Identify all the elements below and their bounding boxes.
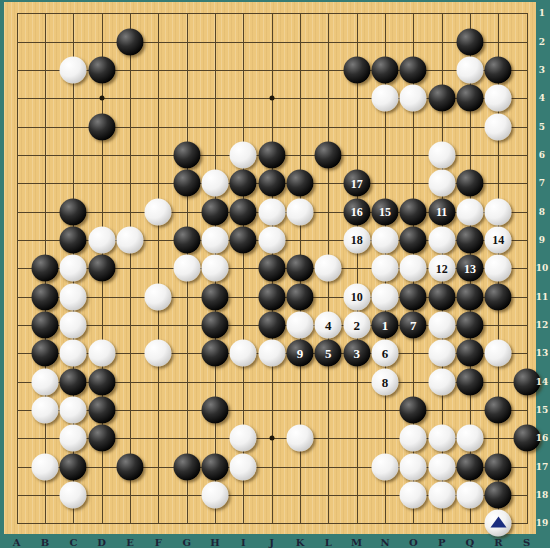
stone-black-H12[interactable] xyxy=(202,311,229,338)
stone-black-O12[interactable]: 7 xyxy=(400,311,427,338)
stone-white-C11[interactable] xyxy=(60,283,87,310)
move-number-6: 6 xyxy=(382,347,389,360)
row-label-5: 5 xyxy=(539,122,545,132)
stone-white-C3[interactable] xyxy=(60,56,87,83)
stone-black-N12[interactable]: 1 xyxy=(371,311,398,338)
stone-white-J9[interactable] xyxy=(258,226,285,253)
stone-white-G10[interactable] xyxy=(173,255,200,282)
star-point-icon xyxy=(99,96,104,101)
column-label-J: J xyxy=(269,537,274,548)
stone-white-D13[interactable] xyxy=(88,340,115,367)
stone-white-M12[interactable]: 2 xyxy=(343,311,370,338)
stone-black-K13[interactable]: 9 xyxy=(287,340,314,367)
stone-black-R15[interactable] xyxy=(485,396,512,423)
row-label-8: 8 xyxy=(539,207,545,217)
stone-white-B14[interactable] xyxy=(32,368,59,395)
stone-white-C15[interactable] xyxy=(60,396,87,423)
stone-black-L6[interactable] xyxy=(315,141,342,168)
stone-white-R9[interactable]: 14 xyxy=(485,226,512,253)
stone-black-Q9[interactable] xyxy=(456,226,483,253)
stone-white-I16[interactable] xyxy=(230,425,257,452)
stone-black-D14[interactable] xyxy=(88,368,115,395)
stone-white-P6[interactable] xyxy=(428,141,455,168)
grid-hline-19 xyxy=(17,523,528,524)
move-number-4: 4 xyxy=(325,318,332,331)
stone-black-H8[interactable] xyxy=(202,198,229,225)
stone-black-Q12[interactable] xyxy=(456,311,483,338)
stone-white-R13[interactable] xyxy=(485,340,512,367)
stone-white-P10[interactable]: 12 xyxy=(428,255,455,282)
stone-black-R11[interactable] xyxy=(485,283,512,310)
stone-white-E9[interactable] xyxy=(117,226,144,253)
stone-white-Q8[interactable] xyxy=(456,198,483,225)
stone-white-D9[interactable] xyxy=(88,226,115,253)
stone-black-L13[interactable]: 5 xyxy=(315,340,342,367)
stone-black-H15[interactable] xyxy=(202,396,229,423)
stone-white-L12[interactable]: 4 xyxy=(315,311,342,338)
stone-black-I9[interactable] xyxy=(230,226,257,253)
column-label-B: B xyxy=(41,537,49,548)
row-label-7: 7 xyxy=(539,178,545,188)
move-number-17: 17 xyxy=(351,177,363,189)
stone-black-Q2[interactable] xyxy=(456,28,483,55)
stone-white-Q3[interactable] xyxy=(456,56,483,83)
stone-white-O18[interactable] xyxy=(400,481,427,508)
stone-white-F13[interactable] xyxy=(145,340,172,367)
stone-black-Q7[interactable] xyxy=(456,170,483,197)
row-label-19: 19 xyxy=(536,518,549,528)
stone-black-D5[interactable] xyxy=(88,113,115,140)
row-label-17: 17 xyxy=(536,462,549,472)
column-label-H: H xyxy=(210,537,219,548)
stone-black-K7[interactable] xyxy=(287,170,314,197)
stone-white-F8[interactable] xyxy=(145,198,172,225)
stone-black-O11[interactable] xyxy=(400,283,427,310)
stone-black-M8[interactable]: 16 xyxy=(343,198,370,225)
stone-black-I7[interactable] xyxy=(230,170,257,197)
stone-white-M9[interactable]: 18 xyxy=(343,226,370,253)
stone-black-M13[interactable]: 3 xyxy=(343,340,370,367)
stone-white-C16[interactable] xyxy=(60,425,87,452)
row-label-10: 10 xyxy=(536,263,549,273)
stone-black-G6[interactable] xyxy=(173,141,200,168)
stone-white-Q16[interactable] xyxy=(456,425,483,452)
stone-black-R18[interactable] xyxy=(485,481,512,508)
stone-white-P16[interactable] xyxy=(428,425,455,452)
move-number-12: 12 xyxy=(436,262,448,274)
column-label-I: I xyxy=(241,537,246,548)
stone-black-D15[interactable] xyxy=(88,396,115,423)
triangle-marker-icon xyxy=(490,517,506,528)
move-number-14: 14 xyxy=(492,234,504,246)
stone-white-J13[interactable] xyxy=(258,340,285,367)
stone-white-C12[interactable] xyxy=(60,311,87,338)
stone-black-G7[interactable] xyxy=(173,170,200,197)
stone-white-K8[interactable] xyxy=(287,198,314,225)
stone-white-R10[interactable] xyxy=(485,255,512,282)
stone-black-Q17[interactable] xyxy=(456,453,483,480)
stone-black-G17[interactable] xyxy=(173,453,200,480)
stone-black-J12[interactable] xyxy=(258,311,285,338)
stone-black-C14[interactable] xyxy=(60,368,87,395)
stone-black-E2[interactable] xyxy=(117,28,144,55)
go-board[interactable]: 171615111814121310421795368 xyxy=(4,2,536,534)
move-number-3: 3 xyxy=(353,347,360,360)
stone-black-Q10[interactable]: 13 xyxy=(456,255,483,282)
stone-white-N14[interactable]: 8 xyxy=(371,368,398,395)
move-number-9: 9 xyxy=(297,347,304,360)
stone-white-P14[interactable] xyxy=(428,368,455,395)
stone-black-J10[interactable] xyxy=(258,255,285,282)
move-number-8: 8 xyxy=(382,375,389,388)
stone-white-P7[interactable] xyxy=(428,170,455,197)
stone-black-B12[interactable] xyxy=(32,311,59,338)
stone-white-R19[interactable] xyxy=(485,510,512,537)
move-number-13: 13 xyxy=(464,262,476,274)
column-label-A: A xyxy=(13,537,21,548)
stone-white-P13[interactable] xyxy=(428,340,455,367)
stone-white-N9[interactable] xyxy=(371,226,398,253)
go-app-window: 171615111814121310421795368 ABCDEFGHIJKL… xyxy=(0,0,550,548)
row-label-18: 18 xyxy=(536,490,549,500)
stone-black-Q11[interactable] xyxy=(456,283,483,310)
stone-white-C10[interactable] xyxy=(60,255,87,282)
stone-white-C13[interactable] xyxy=(60,340,87,367)
row-label-14: 14 xyxy=(536,377,549,387)
stone-black-P11[interactable] xyxy=(428,283,455,310)
column-label-E: E xyxy=(126,537,134,548)
stone-white-I17[interactable] xyxy=(230,453,257,480)
grid-vline-M xyxy=(357,13,358,524)
column-label-L: L xyxy=(325,537,332,548)
stone-white-L10[interactable] xyxy=(315,255,342,282)
stone-black-J6[interactable] xyxy=(258,141,285,168)
stone-black-E17[interactable] xyxy=(117,453,144,480)
stone-black-O15[interactable] xyxy=(400,396,427,423)
row-label-6: 6 xyxy=(539,150,545,160)
column-label-F: F xyxy=(155,537,162,548)
stone-black-B10[interactable] xyxy=(32,255,59,282)
stone-black-C8[interactable] xyxy=(60,198,87,225)
row-label-1: 1 xyxy=(539,8,545,18)
stone-black-Q13[interactable] xyxy=(456,340,483,367)
stone-white-R8[interactable] xyxy=(485,198,512,225)
stone-black-M3[interactable] xyxy=(343,56,370,83)
stone-black-M7[interactable]: 17 xyxy=(343,170,370,197)
stone-black-N8[interactable]: 15 xyxy=(371,198,398,225)
move-number-11: 11 xyxy=(436,206,447,218)
stone-white-J8[interactable] xyxy=(258,198,285,225)
move-number-1: 1 xyxy=(382,318,389,331)
column-label-D: D xyxy=(97,537,106,548)
stone-black-H17[interactable] xyxy=(202,453,229,480)
stone-white-N17[interactable] xyxy=(371,453,398,480)
stone-black-D10[interactable] xyxy=(88,255,115,282)
column-label-O: O xyxy=(409,537,418,548)
stone-black-B13[interactable] xyxy=(32,340,59,367)
move-number-7: 7 xyxy=(410,318,417,331)
move-number-15: 15 xyxy=(379,206,391,218)
star-point-icon xyxy=(269,96,274,101)
row-label-13: 13 xyxy=(536,348,549,358)
column-label-M: M xyxy=(351,537,362,548)
stone-white-I13[interactable] xyxy=(230,340,257,367)
row-label-11: 11 xyxy=(536,292,549,302)
stone-black-H11[interactable] xyxy=(202,283,229,310)
move-number-2: 2 xyxy=(353,318,360,331)
stone-white-O10[interactable] xyxy=(400,255,427,282)
stone-white-N13[interactable]: 6 xyxy=(371,340,398,367)
stone-white-O17[interactable] xyxy=(400,453,427,480)
row-label-2: 2 xyxy=(539,37,545,47)
column-label-C: C xyxy=(69,537,77,548)
column-label-P: P xyxy=(438,537,446,548)
stone-black-Q14[interactable] xyxy=(456,368,483,395)
stone-black-O8[interactable] xyxy=(400,198,427,225)
stone-black-C9[interactable] xyxy=(60,226,87,253)
stone-white-P9[interactable] xyxy=(428,226,455,253)
move-number-5: 5 xyxy=(325,347,332,360)
stone-black-N3[interactable] xyxy=(371,56,398,83)
stone-black-R17[interactable] xyxy=(485,453,512,480)
stone-black-P4[interactable] xyxy=(428,85,455,112)
stone-white-B17[interactable] xyxy=(32,453,59,480)
column-label-K: K xyxy=(296,537,305,548)
stone-white-F11[interactable] xyxy=(145,283,172,310)
stone-white-Q18[interactable] xyxy=(456,481,483,508)
stone-white-P12[interactable] xyxy=(428,311,455,338)
move-number-10: 10 xyxy=(351,291,363,303)
stone-black-K11[interactable] xyxy=(287,283,314,310)
stone-black-I8[interactable] xyxy=(230,198,257,225)
stone-white-N4[interactable] xyxy=(371,85,398,112)
stone-black-O9[interactable] xyxy=(400,226,427,253)
stone-white-C18[interactable] xyxy=(60,481,87,508)
stone-black-G9[interactable] xyxy=(173,226,200,253)
stone-white-I6[interactable] xyxy=(230,141,257,168)
column-label-R: R xyxy=(494,537,502,548)
stone-black-D16[interactable] xyxy=(88,425,115,452)
stone-white-K16[interactable] xyxy=(287,425,314,452)
row-label-4: 4 xyxy=(539,93,545,103)
stone-white-N10[interactable] xyxy=(371,255,398,282)
stone-black-P8[interactable]: 11 xyxy=(428,198,455,225)
stone-white-H9[interactable] xyxy=(202,226,229,253)
row-label-16: 16 xyxy=(536,433,549,443)
row-label-12: 12 xyxy=(536,320,549,330)
stone-black-O3[interactable] xyxy=(400,56,427,83)
column-label-N: N xyxy=(380,537,389,548)
star-point-icon xyxy=(269,436,274,441)
column-label-S: S xyxy=(523,537,530,548)
stone-white-H18[interactable] xyxy=(202,481,229,508)
move-number-16: 16 xyxy=(351,206,363,218)
stone-white-M11[interactable]: 10 xyxy=(343,283,370,310)
column-label-G: G xyxy=(182,537,191,548)
stone-white-O16[interactable] xyxy=(400,425,427,452)
column-label-Q: Q xyxy=(466,537,475,548)
stone-black-K10[interactable] xyxy=(287,255,314,282)
stone-black-Q4[interactable] xyxy=(456,85,483,112)
move-number-18: 18 xyxy=(351,234,363,246)
stone-black-B11[interactable] xyxy=(32,283,59,310)
row-label-3: 3 xyxy=(539,65,545,75)
stone-white-H7[interactable] xyxy=(202,170,229,197)
stone-black-C17[interactable] xyxy=(60,453,87,480)
stone-white-R5[interactable] xyxy=(485,113,512,140)
stone-white-O4[interactable] xyxy=(400,85,427,112)
stone-white-K12[interactable] xyxy=(287,311,314,338)
stone-black-J11[interactable] xyxy=(258,283,285,310)
stone-white-R4[interactable] xyxy=(485,85,512,112)
stone-white-H10[interactable] xyxy=(202,255,229,282)
row-label-9: 9 xyxy=(539,235,545,245)
stone-white-B15[interactable] xyxy=(32,396,59,423)
stone-white-P17[interactable] xyxy=(428,453,455,480)
stone-black-D3[interactable] xyxy=(88,56,115,83)
stone-white-P18[interactable] xyxy=(428,481,455,508)
stone-black-H13[interactable] xyxy=(202,340,229,367)
stone-black-R3[interactable] xyxy=(485,56,512,83)
stone-white-N11[interactable] xyxy=(371,283,398,310)
stone-black-J7[interactable] xyxy=(258,170,285,197)
row-label-15: 15 xyxy=(536,405,549,415)
